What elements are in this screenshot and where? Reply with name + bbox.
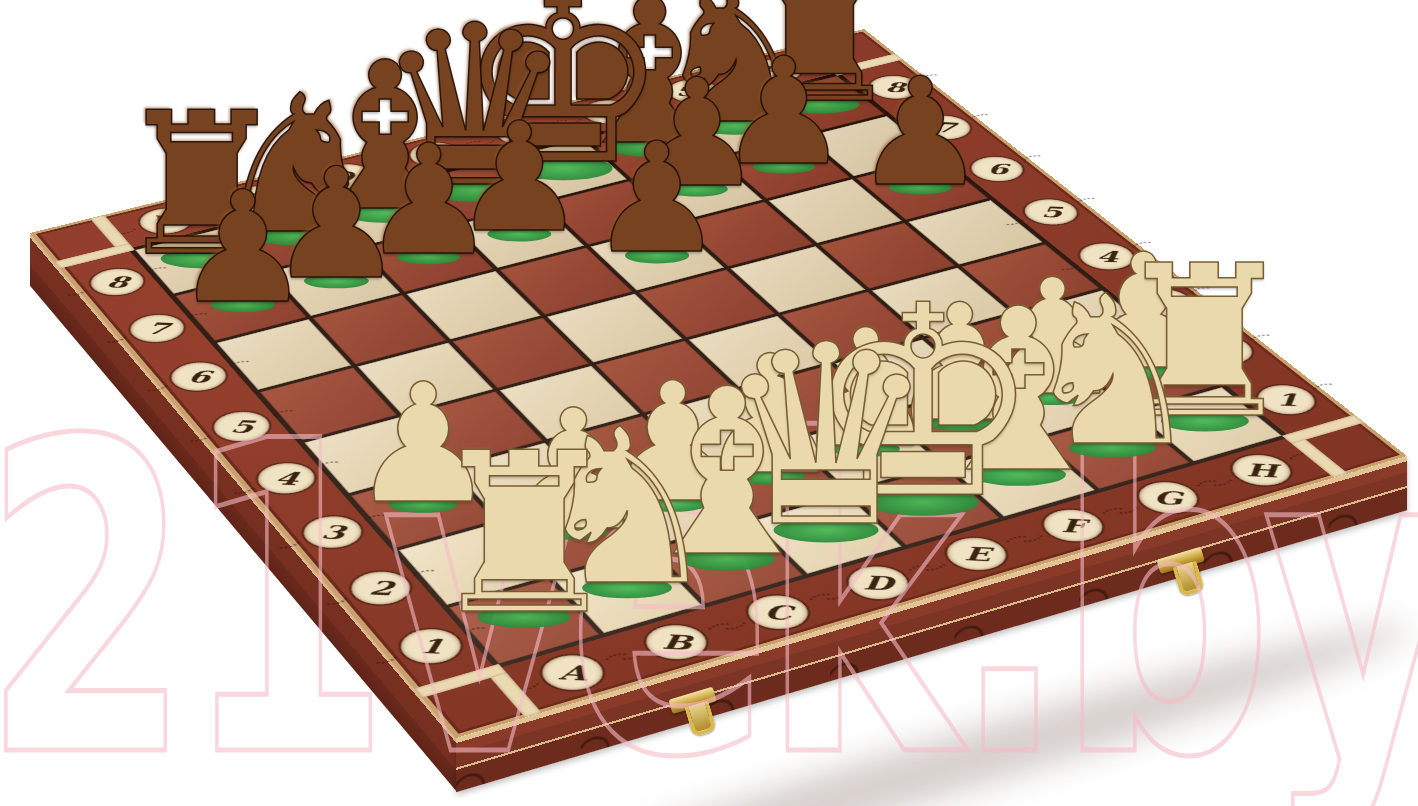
label-glyph: F [597, 104, 620, 120]
label-glyph: E [510, 125, 535, 142]
file-label-near-h: H [1221, 450, 1301, 491]
label-glyph: 7 [144, 319, 171, 338]
label-glyph: 4 [272, 468, 300, 489]
label-glyph: D [421, 146, 450, 163]
rank-label-left-1: 1 [391, 623, 471, 669]
label-glyph: 5 [1040, 203, 1062, 221]
label-glyph: 8 [884, 79, 905, 95]
label-glyph: 4 [1095, 247, 1117, 265]
file-label-near-c: C [738, 590, 819, 635]
rank-label-left-4: 4 [249, 458, 323, 499]
label-glyph: G [680, 83, 706, 99]
label-glyph: E [963, 542, 989, 565]
label-glyph: A [151, 212, 179, 230]
label-glyph: 7 [934, 119, 955, 136]
file-label-near-f: F [1033, 504, 1114, 546]
latch-hook [684, 700, 717, 737]
label-glyph: 3 [319, 521, 347, 543]
label-glyph: 8 [104, 273, 131, 292]
label-glyph: 2 [367, 576, 395, 599]
label-glyph: B [242, 190, 272, 208]
label-glyph: 2 [1212, 340, 1236, 360]
label-glyph: H [1245, 459, 1279, 481]
latch-hook [1172, 560, 1205, 597]
label-glyph: H [762, 62, 790, 78]
rank-label-left-5: 5 [205, 407, 278, 446]
label-glyph: 6 [987, 160, 1008, 177]
product-photo-stage: AA88BB77CC66DD55EE44FF33GG22HH11 ♜♞♝♛♚♝♞… [0, 0, 1418, 806]
file-label-near-d: D [838, 561, 919, 605]
label-glyph: B [660, 630, 692, 654]
rank-label-left-2: 2 [342, 566, 420, 610]
label-glyph: F [1061, 514, 1086, 536]
rank-label-left-6: 6 [163, 358, 234, 396]
rank-label-left-8: 8 [83, 264, 151, 299]
label-glyph: 1 [1274, 389, 1299, 409]
file-label-near-a: A [532, 649, 613, 696]
label-glyph: C [763, 600, 792, 624]
label-glyph: A [557, 660, 588, 685]
label-glyph: G [1153, 487, 1183, 509]
file-label-near-e: E [936, 532, 1017, 575]
rank-label-left-3: 3 [295, 511, 371, 553]
label-glyph: 6 [185, 367, 212, 387]
border-inlay-strip [54, 243, 135, 269]
label-glyph: C [333, 168, 360, 185]
rank-label-left-7: 7 [122, 310, 192, 347]
border-inlay-strip [1282, 415, 1365, 444]
file-label-near-b: B [636, 619, 717, 665]
label-glyph: 3 [1153, 293, 1176, 312]
label-glyph: 1 [417, 634, 445, 658]
label-glyph: 5 [228, 416, 256, 437]
label-glyph: D [863, 571, 894, 594]
chess-board: AA88BB77CC66DD55EE44FF33GG22HH11 [30, 29, 1407, 738]
file-label-near-g: G [1128, 477, 1208, 519]
